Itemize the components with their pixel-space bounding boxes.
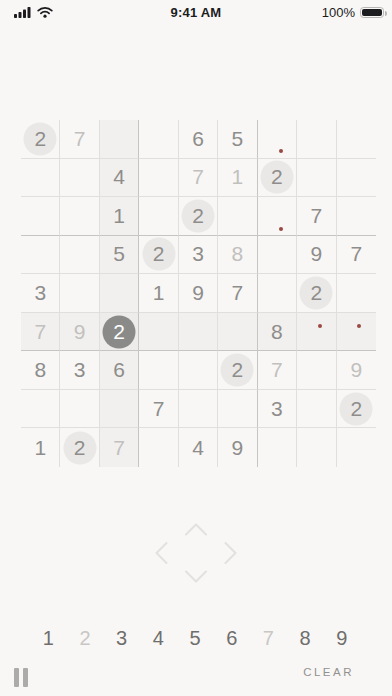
sudoku-board: 2765471212752389731972792883627973212749 — [21, 120, 376, 467]
number-button-1[interactable]: 1 — [30, 624, 67, 652]
cell-r3c3[interactable]: 1 — [100, 197, 139, 236]
cell-r7c3[interactable]: 6 — [100, 351, 139, 390]
number-picker: 123456789 — [30, 624, 360, 652]
cell-r5c5[interactable]: 9 — [179, 274, 218, 313]
cell-r8c8[interactable] — [297, 390, 336, 429]
cell-r3c7[interactable] — [258, 197, 297, 236]
cell-r2c5[interactable]: 7 — [179, 159, 218, 198]
cell-r6c6[interactable] — [218, 313, 257, 352]
cell-r7c6[interactable]: 2 — [218, 351, 257, 390]
number-button-8[interactable]: 8 — [287, 624, 324, 652]
sudoku-app-screen: 9:41 AM 100% 276547121275238973197279288… — [0, 0, 392, 696]
cell-r8c3[interactable] — [100, 390, 139, 429]
chevron-right-icon[interactable] — [224, 542, 237, 564]
cell-digit: 6 — [100, 351, 138, 389]
cell-r4c7[interactable] — [258, 236, 297, 275]
cell-r5c1[interactable]: 3 — [21, 274, 60, 313]
cell-r6c9[interactable] — [337, 313, 376, 352]
cell-digit: 8 — [21, 351, 59, 389]
pencil-mark-dot — [357, 324, 361, 328]
cell-r5c9[interactable] — [337, 274, 376, 313]
cell-digit: 9 — [60, 313, 98, 351]
number-button-2[interactable]: 2 — [67, 624, 104, 652]
number-button-4[interactable]: 4 — [140, 624, 177, 652]
cell-digit: 1 — [218, 159, 256, 197]
cell-r7c8[interactable] — [297, 351, 336, 390]
cell-digit: 7 — [139, 390, 177, 428]
cell-r3c4[interactable] — [139, 197, 178, 236]
cell-r2c3[interactable]: 4 — [100, 159, 139, 198]
cell-r9c2[interactable]: 2 — [60, 428, 99, 467]
cell-digit: 2 — [258, 159, 296, 197]
cell-r3c6[interactable] — [218, 197, 257, 236]
cell-r8c5[interactable] — [179, 390, 218, 429]
cell-r2c9[interactable] — [337, 159, 376, 198]
cell-digit: 2 — [139, 236, 177, 274]
cell-digit: 8 — [258, 313, 296, 351]
cell-r8c7[interactable]: 3 — [258, 390, 297, 429]
cell-r5c7[interactable] — [258, 274, 297, 313]
cell-r1c4[interactable] — [139, 120, 178, 159]
cell-r6c3[interactable]: 2 — [100, 313, 139, 352]
cell-r4c9[interactable]: 7 — [337, 236, 376, 275]
cell-r1c1[interactable]: 2 — [21, 120, 60, 159]
cell-digit: 3 — [21, 274, 59, 312]
cell-r9c5[interactable]: 4 — [179, 428, 218, 467]
cell-r7c2[interactable]: 3 — [60, 351, 99, 390]
cell-r9c9[interactable] — [337, 428, 376, 467]
pause-button[interactable] — [14, 668, 38, 688]
cell-digit: 2 — [297, 274, 335, 312]
pencil-mark-dot — [318, 324, 322, 328]
cell-r2c2[interactable] — [60, 159, 99, 198]
cell-r3c8[interactable]: 7 — [297, 197, 336, 236]
cell-r4c3[interactable]: 5 — [100, 236, 139, 275]
cell-digit: 2 — [21, 120, 59, 158]
cell-r6c7[interactable]: 8 — [258, 313, 297, 352]
cell-r1c3[interactable] — [100, 120, 139, 159]
cell-r9c1[interactable]: 1 — [21, 428, 60, 467]
cell-r7c4[interactable] — [139, 351, 178, 390]
cell-r1c5[interactable]: 6 — [179, 120, 218, 159]
battery-percent: 100% — [322, 5, 355, 20]
cell-digit: 6 — [179, 120, 217, 158]
number-button-5[interactable]: 5 — [177, 624, 214, 652]
cell-r9c8[interactable] — [297, 428, 336, 467]
cell-r1c7[interactable] — [258, 120, 297, 159]
cell-digit: 5 — [100, 236, 138, 274]
cell-r9c3[interactable]: 7 — [100, 428, 139, 467]
cell-digit: 7 — [179, 159, 217, 197]
number-button-6[interactable]: 6 — [213, 624, 250, 652]
cell-r2c4[interactable] — [139, 159, 178, 198]
cell-r8c4[interactable]: 7 — [139, 390, 178, 429]
cell-digit: 7 — [60, 120, 98, 158]
cell-r6c4[interactable] — [139, 313, 178, 352]
cell-r4c4[interactable]: 2 — [139, 236, 178, 275]
cell-r3c2[interactable] — [60, 197, 99, 236]
cell-r1c6[interactable]: 5 — [218, 120, 257, 159]
cell-r7c9[interactable]: 9 — [337, 351, 376, 390]
battery-icon — [360, 7, 384, 19]
cell-digit: 4 — [179, 428, 217, 467]
cell-digit: 3 — [179, 236, 217, 274]
cell-r2c8[interactable] — [297, 159, 336, 198]
cell-r4c8[interactable]: 9 — [297, 236, 336, 275]
cell-digit: 9 — [218, 428, 256, 467]
chevron-left-icon[interactable] — [155, 542, 168, 564]
number-button-3[interactable]: 3 — [103, 624, 140, 652]
pencil-mark-dot — [279, 149, 283, 153]
cell-r3c1[interactable] — [21, 197, 60, 236]
cell-r5c3[interactable] — [100, 274, 139, 313]
chevron-down-icon[interactable] — [185, 570, 207, 583]
cell-r8c6[interactable] — [218, 390, 257, 429]
cell-r5c4[interactable]: 1 — [139, 274, 178, 313]
cell-r2c1[interactable] — [21, 159, 60, 198]
cell-r4c2[interactable] — [60, 236, 99, 275]
cell-r2c6[interactable]: 1 — [218, 159, 257, 198]
cell-digit: 7 — [21, 313, 59, 351]
cell-r1c2[interactable]: 7 — [60, 120, 99, 159]
cell-digit: 2 — [179, 197, 217, 235]
cell-r9c7[interactable] — [258, 428, 297, 467]
pencil-mark-dot — [279, 227, 283, 231]
cell-r8c9[interactable]: 2 — [337, 390, 376, 429]
cell-r6c5[interactable] — [179, 313, 218, 352]
cell-r7c7[interactable]: 7 — [258, 351, 297, 390]
cell-digit: 9 — [297, 236, 335, 274]
cell-digit: 7 — [297, 197, 335, 235]
cell-r7c1[interactable]: 8 — [21, 351, 60, 390]
cell-digit: 9 — [337, 351, 376, 389]
cell-r3c5[interactable]: 2 — [179, 197, 218, 236]
cell-r3c9[interactable] — [337, 197, 376, 236]
cell-digit: 7 — [258, 351, 296, 389]
cell-digit: 1 — [21, 428, 59, 467]
cell-r8c1[interactable] — [21, 390, 60, 429]
cell-r4c5[interactable]: 3 — [179, 236, 218, 275]
cell-r9c4[interactable] — [139, 428, 178, 467]
cell-digit: 2 — [60, 428, 98, 467]
cell-r8c2[interactable] — [60, 390, 99, 429]
cell-digit: 2 — [218, 351, 256, 389]
chevron-up-icon[interactable] — [185, 523, 207, 536]
cell-digit: 9 — [179, 274, 217, 312]
cell-r5c8[interactable]: 2 — [297, 274, 336, 313]
cell-digit: 8 — [218, 236, 256, 274]
clear-button[interactable]: CLEAR — [301, 664, 356, 680]
cell-r1c8[interactable] — [297, 120, 336, 159]
cell-r1c9[interactable] — [337, 120, 376, 159]
cell-r9c6[interactable]: 9 — [218, 428, 257, 467]
status-bar-battery: 100% — [322, 5, 384, 20]
cell-digit: 3 — [258, 390, 296, 428]
cell-r5c6[interactable]: 7 — [218, 274, 257, 313]
cell-digit: 4 — [100, 159, 138, 197]
cell-r4c6[interactable]: 8 — [218, 236, 257, 275]
cell-r7c5[interactable] — [179, 351, 218, 390]
cell-digit: 2 — [337, 390, 376, 428]
cell-r6c2[interactable]: 9 — [60, 313, 99, 352]
cell-r6c8[interactable] — [297, 313, 336, 352]
number-button-7[interactable]: 7 — [250, 624, 287, 652]
cell-r5c2[interactable] — [60, 274, 99, 313]
cell-digit: 7 — [337, 236, 376, 274]
cell-digit: 1 — [100, 197, 138, 235]
cell-digit: 7 — [218, 274, 256, 312]
status-bar: 9:41 AM 100% — [0, 0, 392, 24]
cell-digit: 1 — [139, 274, 177, 312]
cell-r4c1[interactable] — [21, 236, 60, 275]
cell-digit: 5 — [218, 120, 256, 158]
cell-digit: 3 — [60, 351, 98, 389]
cell-r6c1[interactable]: 7 — [21, 313, 60, 352]
cell-digit: 2 — [100, 313, 138, 351]
cell-digit: 7 — [100, 428, 138, 467]
cell-r2c7[interactable]: 2 — [258, 159, 297, 198]
number-button-9[interactable]: 9 — [323, 624, 360, 652]
